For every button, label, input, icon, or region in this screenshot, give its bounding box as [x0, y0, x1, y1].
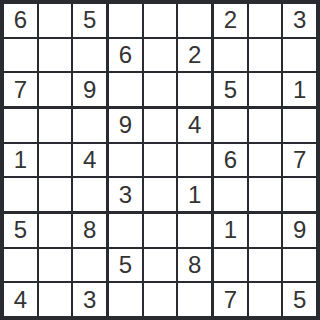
empty-cell-r8c5[interactable] [144, 249, 177, 282]
empty-cell-r4c1[interactable] [4, 109, 37, 142]
empty-cell-r8c7[interactable] [214, 249, 247, 282]
empty-cell-r6c1[interactable] [4, 178, 37, 211]
empty-cell-r7c2[interactable] [39, 214, 72, 247]
given-cell-r1c3: 5 [73, 4, 106, 37]
given-cell-r3c7: 5 [214, 73, 247, 106]
empty-cell-r2c1[interactable] [4, 39, 37, 72]
box-r0c1: 62 [109, 4, 211, 106]
given-cell-r7c7: 1 [214, 214, 247, 247]
empty-cell-r7c5[interactable] [144, 214, 177, 247]
empty-cell-r7c6[interactable] [178, 214, 211, 247]
given-cell-r5c1: 1 [4, 144, 37, 177]
given-cell-r3c9: 1 [283, 73, 316, 106]
box-r1c2: 67 [214, 109, 316, 211]
box-r2c1: 58 [109, 214, 211, 316]
empty-cell-r8c2[interactable] [39, 249, 72, 282]
given-cell-r1c9: 3 [283, 4, 316, 37]
given-cell-r2c4: 6 [109, 39, 142, 72]
given-cell-r1c7: 2 [214, 4, 247, 37]
given-cell-r5c9: 7 [283, 144, 316, 177]
empty-cell-r3c8[interactable] [249, 73, 282, 106]
empty-cell-r2c2[interactable] [39, 39, 72, 72]
given-cell-r5c7: 6 [214, 144, 247, 177]
box-r2c2: 1975 [214, 214, 316, 316]
given-cell-r9c3: 3 [73, 283, 106, 316]
empty-cell-r9c6[interactable] [178, 283, 211, 316]
given-cell-r8c4: 5 [109, 249, 142, 282]
empty-cell-r2c5[interactable] [144, 39, 177, 72]
empty-cell-r4c8[interactable] [249, 109, 282, 142]
given-cell-r6c6: 1 [178, 178, 211, 211]
box-r1c1: 9431 [109, 109, 211, 211]
empty-cell-r5c6[interactable] [178, 144, 211, 177]
empty-cell-r9c2[interactable] [39, 283, 72, 316]
empty-cell-r3c4[interactable] [109, 73, 142, 106]
empty-cell-r5c8[interactable] [249, 144, 282, 177]
given-cell-r4c6: 4 [178, 109, 211, 142]
empty-cell-r1c6[interactable] [178, 4, 211, 37]
box-r0c2: 2351 [214, 4, 316, 106]
empty-cell-r1c4[interactable] [109, 4, 142, 37]
empty-cell-r5c2[interactable] [39, 144, 72, 177]
given-cell-r3c3: 9 [73, 73, 106, 106]
empty-cell-r9c8[interactable] [249, 283, 282, 316]
empty-cell-r6c8[interactable] [249, 178, 282, 211]
given-cell-r9c9: 5 [283, 283, 316, 316]
empty-cell-r3c2[interactable] [39, 73, 72, 106]
given-cell-r6c4: 3 [109, 178, 142, 211]
empty-cell-r1c2[interactable] [39, 4, 72, 37]
empty-cell-r4c3[interactable] [73, 109, 106, 142]
given-cell-r7c9: 9 [283, 214, 316, 247]
empty-cell-r7c8[interactable] [249, 214, 282, 247]
given-cell-r1c1: 6 [4, 4, 37, 37]
given-cell-r7c1: 5 [4, 214, 37, 247]
given-cell-r4c4: 9 [109, 109, 142, 142]
empty-cell-r6c7[interactable] [214, 178, 247, 211]
sudoku-board: 6579622351149431675843581975 [0, 0, 320, 320]
given-cell-r9c7: 7 [214, 283, 247, 316]
empty-cell-r2c9[interactable] [283, 39, 316, 72]
empty-cell-r2c7[interactable] [214, 39, 247, 72]
given-cell-r8c6: 8 [178, 249, 211, 282]
empty-cell-r9c5[interactable] [144, 283, 177, 316]
empty-cell-r4c5[interactable] [144, 109, 177, 142]
empty-cell-r5c5[interactable] [144, 144, 177, 177]
empty-cell-r2c8[interactable] [249, 39, 282, 72]
empty-cell-r6c3[interactable] [73, 178, 106, 211]
box-r0c0: 6579 [4, 4, 106, 106]
empty-cell-r3c5[interactable] [144, 73, 177, 106]
empty-cell-r6c9[interactable] [283, 178, 316, 211]
empty-cell-r1c8[interactable] [249, 4, 282, 37]
box-r1c0: 14 [4, 109, 106, 211]
empty-cell-r8c3[interactable] [73, 249, 106, 282]
empty-cell-r4c2[interactable] [39, 109, 72, 142]
empty-cell-r8c8[interactable] [249, 249, 282, 282]
empty-cell-r8c9[interactable] [283, 249, 316, 282]
given-cell-r2c6: 2 [178, 39, 211, 72]
given-cell-r9c1: 4 [4, 283, 37, 316]
box-r2c0: 5843 [4, 214, 106, 316]
empty-cell-r6c2[interactable] [39, 178, 72, 211]
empty-cell-r4c9[interactable] [283, 109, 316, 142]
empty-cell-r6c5[interactable] [144, 178, 177, 211]
empty-cell-r4c7[interactable] [214, 109, 247, 142]
empty-cell-r2c3[interactable] [73, 39, 106, 72]
given-cell-r5c3: 4 [73, 144, 106, 177]
empty-cell-r7c4[interactable] [109, 214, 142, 247]
empty-cell-r3c6[interactable] [178, 73, 211, 106]
given-cell-r7c3: 8 [73, 214, 106, 247]
empty-cell-r5c4[interactable] [109, 144, 142, 177]
empty-cell-r8c1[interactable] [4, 249, 37, 282]
empty-cell-r1c5[interactable] [144, 4, 177, 37]
empty-cell-r9c4[interactable] [109, 283, 142, 316]
given-cell-r3c1: 7 [4, 73, 37, 106]
